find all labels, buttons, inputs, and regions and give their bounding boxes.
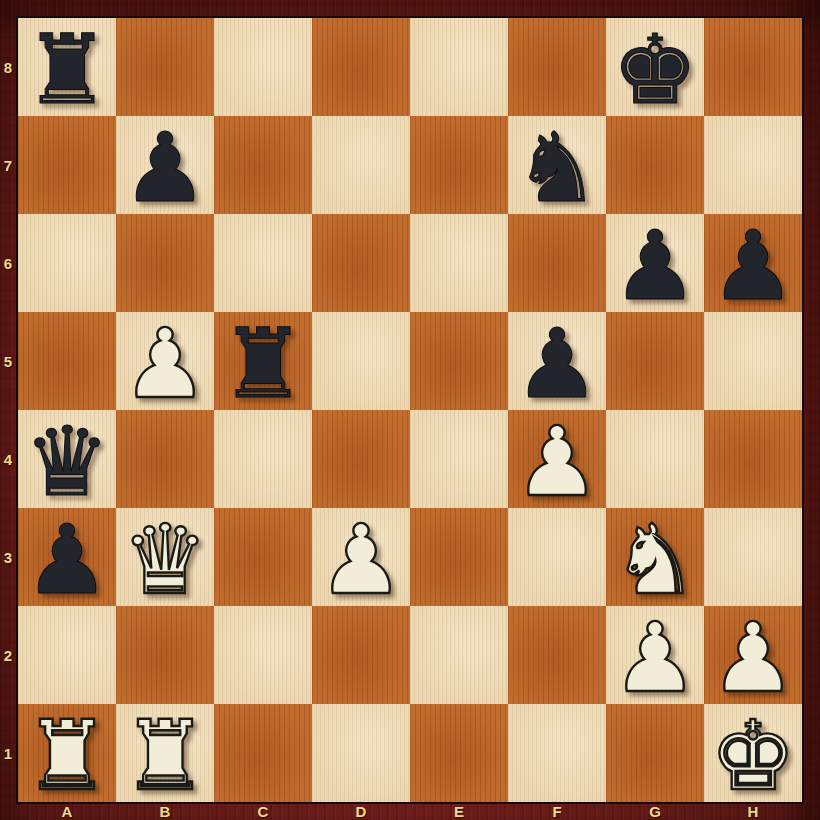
square-h5[interactable] xyxy=(704,312,802,410)
piece-white-king-h1[interactable]: ♚ xyxy=(710,707,796,805)
square-d3[interactable]: ♟ xyxy=(312,508,410,606)
square-e7[interactable] xyxy=(410,116,508,214)
rank-label-8: 8 xyxy=(0,18,16,116)
square-e8[interactable] xyxy=(410,18,508,116)
square-c5[interactable]: ♜ xyxy=(214,312,312,410)
piece-black-queen-a4[interactable]: ♛ xyxy=(24,413,110,511)
piece-black-pawn-b7[interactable]: ♟ xyxy=(122,119,208,217)
rank-label-7: 7 xyxy=(0,116,16,214)
file-labels: ABCDEFGH xyxy=(18,802,802,820)
square-c6[interactable] xyxy=(214,214,312,312)
square-g2[interactable]: ♟ xyxy=(606,606,704,704)
piece-white-rook-b1[interactable]: ♜ xyxy=(122,707,208,805)
square-e4[interactable] xyxy=(410,410,508,508)
chessboard-app: ♜♚♟♞♟♟♟♜♟♛♟♟♛♟♞♟♟♜♜♚ 87654321 ABCDEFGH xyxy=(0,0,820,820)
file-label-e: E xyxy=(410,802,508,820)
square-g8[interactable]: ♚ xyxy=(606,18,704,116)
square-c8[interactable] xyxy=(214,18,312,116)
rank-label-1: 1 xyxy=(0,704,16,802)
square-b6[interactable] xyxy=(116,214,214,312)
square-h6[interactable]: ♟ xyxy=(704,214,802,312)
square-b8[interactable] xyxy=(116,18,214,116)
file-label-f: F xyxy=(508,802,606,820)
piece-black-pawn-a3[interactable]: ♟ xyxy=(24,511,110,609)
piece-white-pawn-f4[interactable]: ♟ xyxy=(514,413,600,511)
rank-label-5: 5 xyxy=(0,312,16,410)
rank-label-4: 4 xyxy=(0,410,16,508)
square-f4[interactable]: ♟ xyxy=(508,410,606,508)
square-d1[interactable] xyxy=(312,704,410,802)
square-d2[interactable] xyxy=(312,606,410,704)
square-a8[interactable]: ♜ xyxy=(18,18,116,116)
square-d6[interactable] xyxy=(312,214,410,312)
square-d8[interactable] xyxy=(312,18,410,116)
square-g1[interactable] xyxy=(606,704,704,802)
piece-white-pawn-g2[interactable]: ♟ xyxy=(612,609,698,707)
piece-black-pawn-f5[interactable]: ♟ xyxy=(514,315,600,413)
square-b7[interactable]: ♟ xyxy=(116,116,214,214)
square-a5[interactable] xyxy=(18,312,116,410)
square-e6[interactable] xyxy=(410,214,508,312)
piece-black-rook-a8[interactable]: ♜ xyxy=(24,21,110,119)
piece-white-knight-g3[interactable]: ♞ xyxy=(612,511,698,609)
piece-black-knight-f7[interactable]: ♞ xyxy=(514,119,600,217)
square-f1[interactable] xyxy=(508,704,606,802)
square-e5[interactable] xyxy=(410,312,508,410)
square-h3[interactable] xyxy=(704,508,802,606)
square-b2[interactable] xyxy=(116,606,214,704)
square-b5[interactable]: ♟ xyxy=(116,312,214,410)
file-label-g: G xyxy=(606,802,704,820)
square-b4[interactable] xyxy=(116,410,214,508)
piece-white-pawn-h2[interactable]: ♟ xyxy=(710,609,796,707)
square-g7[interactable] xyxy=(606,116,704,214)
square-a2[interactable] xyxy=(18,606,116,704)
piece-white-rook-a1[interactable]: ♜ xyxy=(24,707,110,805)
square-a7[interactable] xyxy=(18,116,116,214)
square-c3[interactable] xyxy=(214,508,312,606)
piece-black-pawn-g6[interactable]: ♟ xyxy=(612,217,698,315)
file-label-h: H xyxy=(704,802,802,820)
square-f7[interactable]: ♞ xyxy=(508,116,606,214)
square-e1[interactable] xyxy=(410,704,508,802)
square-f8[interactable] xyxy=(508,18,606,116)
square-b3[interactable]: ♛ xyxy=(116,508,214,606)
file-label-c: C xyxy=(214,802,312,820)
square-d5[interactable] xyxy=(312,312,410,410)
file-label-d: D xyxy=(312,802,410,820)
rank-labels: 87654321 xyxy=(0,18,16,802)
square-a4[interactable]: ♛ xyxy=(18,410,116,508)
square-c2[interactable] xyxy=(214,606,312,704)
rank-label-6: 6 xyxy=(0,214,16,312)
square-d7[interactable] xyxy=(312,116,410,214)
square-e3[interactable] xyxy=(410,508,508,606)
square-h4[interactable] xyxy=(704,410,802,508)
square-h2[interactable]: ♟ xyxy=(704,606,802,704)
square-g4[interactable] xyxy=(606,410,704,508)
piece-black-pawn-h6[interactable]: ♟ xyxy=(710,217,796,315)
file-label-a: A xyxy=(18,802,116,820)
piece-black-king-g8[interactable]: ♚ xyxy=(612,21,698,119)
square-f2[interactable] xyxy=(508,606,606,704)
square-c7[interactable] xyxy=(214,116,312,214)
square-g3[interactable]: ♞ xyxy=(606,508,704,606)
square-c1[interactable] xyxy=(214,704,312,802)
square-h7[interactable] xyxy=(704,116,802,214)
square-d4[interactable] xyxy=(312,410,410,508)
square-c4[interactable] xyxy=(214,410,312,508)
square-a1[interactable]: ♜ xyxy=(18,704,116,802)
piece-white-pawn-d3[interactable]: ♟ xyxy=(318,511,404,609)
piece-white-pawn-b5[interactable]: ♟ xyxy=(122,315,208,413)
piece-black-rook-c5[interactable]: ♜ xyxy=(220,315,306,413)
square-g5[interactable] xyxy=(606,312,704,410)
square-e2[interactable] xyxy=(410,606,508,704)
square-g6[interactable]: ♟ xyxy=(606,214,704,312)
rank-label-2: 2 xyxy=(0,606,16,704)
square-f6[interactable] xyxy=(508,214,606,312)
square-f3[interactable] xyxy=(508,508,606,606)
square-b1[interactable]: ♜ xyxy=(116,704,214,802)
board: ♜♚♟♞♟♟♟♜♟♛♟♟♛♟♞♟♟♜♜♚ xyxy=(16,16,804,804)
square-h1[interactable]: ♚ xyxy=(704,704,802,802)
square-h8[interactable] xyxy=(704,18,802,116)
file-label-b: B xyxy=(116,802,214,820)
piece-white-queen-b3[interactable]: ♛ xyxy=(122,511,208,609)
square-a3[interactable]: ♟ xyxy=(18,508,116,606)
square-a6[interactable] xyxy=(18,214,116,312)
rank-label-3: 3 xyxy=(0,508,16,606)
square-f5[interactable]: ♟ xyxy=(508,312,606,410)
